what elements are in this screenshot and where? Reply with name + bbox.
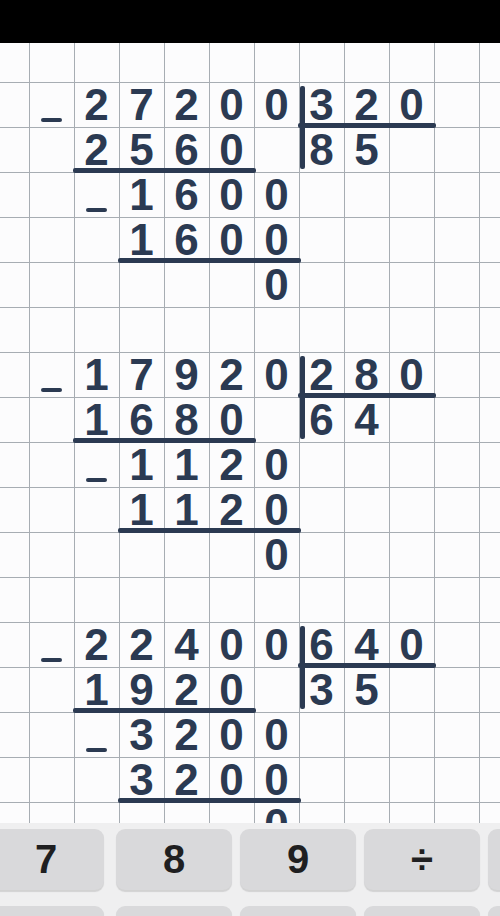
- written-digit: 0: [254, 442, 299, 487]
- written-digit: 2: [164, 757, 209, 802]
- written-digit: 0: [209, 757, 254, 802]
- written-digit: 7: [119, 82, 164, 127]
- written-digit: 0: [254, 217, 299, 262]
- written-digit: 0: [209, 217, 254, 262]
- written-digit: 2: [74, 127, 119, 172]
- written-digit: 1: [119, 487, 164, 532]
- written-digit: 6: [119, 397, 164, 442]
- written-digit: 3: [299, 82, 344, 127]
- status-bar: [0, 0, 500, 43]
- division-bracket-bar: [300, 86, 305, 169]
- written-digit: 1: [119, 217, 164, 262]
- minus-sign: [86, 208, 107, 212]
- written-digit: 3: [119, 757, 164, 802]
- written-digit: 2: [344, 82, 389, 127]
- written-digit: 6: [164, 217, 209, 262]
- written-digit: 3: [119, 712, 164, 757]
- division-bracket-bar: [300, 356, 305, 439]
- written-digit: 0: [254, 712, 299, 757]
- written-digit: 0: [209, 667, 254, 712]
- written-digit: 6: [299, 622, 344, 667]
- written-digit: 6: [164, 172, 209, 217]
- division-worksheet: 2720032025608516001600017920280168064112…: [0, 0, 500, 916]
- written-digit: 1: [164, 442, 209, 487]
- written-digit: 2: [119, 622, 164, 667]
- written-digit: 7: [119, 352, 164, 397]
- written-digit: 1: [119, 442, 164, 487]
- written-digit: 2: [164, 712, 209, 757]
- written-digit: 0: [389, 352, 434, 397]
- written-digit: 1: [74, 397, 119, 442]
- minus-sign: [41, 118, 62, 122]
- calculator-keyboard: 789÷: [0, 823, 500, 916]
- written-digit: 8: [164, 397, 209, 442]
- written-digit: 0: [209, 172, 254, 217]
- next-row-key-peek[interactable]: [488, 906, 500, 916]
- next-row-key-peek[interactable]: [364, 906, 480, 916]
- key-partial-right[interactable]: [488, 829, 500, 890]
- minus-sign: [86, 478, 107, 482]
- minus-sign: [41, 658, 62, 662]
- minus-sign: [41, 388, 62, 392]
- key-7[interactable]: 7: [0, 829, 104, 890]
- written-digit: 1: [74, 667, 119, 712]
- written-digit: 0: [254, 172, 299, 217]
- written-digit: 3: [299, 667, 344, 712]
- written-digit: 0: [254, 262, 299, 307]
- written-digit: 0: [254, 352, 299, 397]
- written-digit: 2: [164, 82, 209, 127]
- written-digit: 1: [119, 172, 164, 217]
- written-digit: 0: [209, 622, 254, 667]
- written-digit: 0: [254, 622, 299, 667]
- written-digit: 4: [344, 397, 389, 442]
- written-digit: 0: [209, 82, 254, 127]
- written-digit: 5: [344, 127, 389, 172]
- written-digit: 0: [254, 487, 299, 532]
- written-digit: 0: [389, 622, 434, 667]
- app-screen: 2720032025608516001600017920280168064112…: [0, 0, 500, 916]
- written-digit: 0: [254, 532, 299, 577]
- written-digit: 2: [74, 82, 119, 127]
- written-digit: 1: [164, 487, 209, 532]
- key-9[interactable]: 9: [240, 829, 356, 890]
- division-bracket-bar: [300, 626, 305, 709]
- key-divide[interactable]: ÷: [364, 829, 480, 890]
- written-digit: 2: [209, 352, 254, 397]
- minus-sign: [86, 748, 107, 752]
- written-digit: 4: [344, 622, 389, 667]
- written-digit: 0: [254, 82, 299, 127]
- key-8[interactable]: 8: [116, 829, 232, 890]
- next-row-key-peek[interactable]: [240, 906, 356, 916]
- written-digit: 6: [164, 127, 209, 172]
- written-digit: 2: [164, 667, 209, 712]
- written-digit: 6: [299, 397, 344, 442]
- written-digit: 0: [209, 712, 254, 757]
- written-digit: 5: [344, 667, 389, 712]
- written-digit: 2: [74, 622, 119, 667]
- written-digit: 8: [344, 352, 389, 397]
- written-digit: 1: [74, 352, 119, 397]
- written-digit: 2: [209, 442, 254, 487]
- written-digit: 0: [209, 127, 254, 172]
- written-digit: 8: [299, 127, 344, 172]
- next-row-key-peek[interactable]: [0, 906, 104, 916]
- written-digit: 9: [164, 352, 209, 397]
- written-digit: 5: [119, 127, 164, 172]
- written-digit: 4: [164, 622, 209, 667]
- written-digit: 9: [119, 667, 164, 712]
- written-digit: 0: [389, 82, 434, 127]
- written-digit: 2: [299, 352, 344, 397]
- written-digit: 0: [254, 757, 299, 802]
- written-digit: 2: [209, 487, 254, 532]
- written-digit: 0: [209, 397, 254, 442]
- next-row-key-peek[interactable]: [116, 906, 232, 916]
